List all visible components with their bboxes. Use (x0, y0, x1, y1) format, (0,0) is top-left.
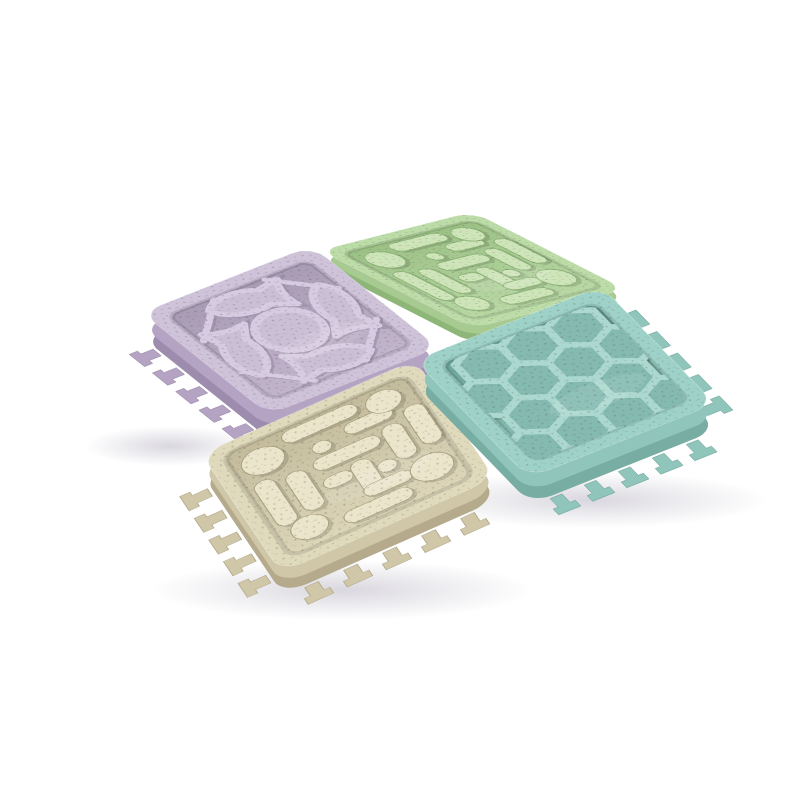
slow-feeder-tray-product-photo (0, 0, 800, 800)
product-photo-canvas (0, 0, 800, 800)
ground-shadow (152, 560, 532, 620)
